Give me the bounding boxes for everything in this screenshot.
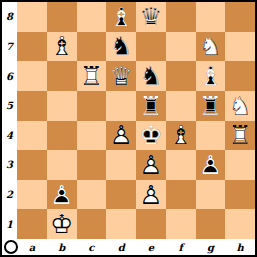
square-d4[interactable]: ♟♙ — [106, 121, 136, 151]
file-label-b: b — [47, 239, 77, 255]
file-label-d: d — [106, 239, 136, 255]
square-c4[interactable] — [77, 121, 107, 151]
square-b7[interactable]: ♝♗ — [47, 32, 77, 62]
square-d1[interactable] — [106, 209, 136, 239]
piece-black-rook[interactable]: ♜♖ — [136, 91, 166, 121]
square-a4[interactable] — [17, 121, 47, 151]
file-label-f: f — [166, 239, 196, 255]
square-e2[interactable]: ♟♙ — [136, 180, 166, 210]
square-c6[interactable]: ♜♖ — [77, 61, 107, 91]
square-h1[interactable] — [225, 209, 255, 239]
square-f6[interactable] — [166, 61, 196, 91]
square-c1[interactable] — [77, 209, 107, 239]
square-g4[interactable] — [196, 121, 226, 151]
square-g8[interactable] — [196, 2, 226, 32]
square-e7[interactable] — [136, 32, 166, 62]
square-e6[interactable]: ♞♘ — [136, 61, 166, 91]
file-label-e: e — [136, 239, 166, 255]
square-d7[interactable]: ♞♘ — [106, 32, 136, 62]
piece-black-king[interactable]: ♚♔ — [136, 121, 166, 151]
square-g5[interactable]: ♜♖ — [196, 91, 226, 121]
square-c7[interactable] — [77, 32, 107, 62]
square-f3[interactable] — [166, 150, 196, 180]
rank-label-8: 8 — [2, 2, 17, 32]
square-e3[interactable]: ♟♙ — [136, 150, 166, 180]
piece-white-bishop[interactable]: ♝♗ — [166, 121, 196, 151]
file-label-g: g — [196, 239, 226, 255]
square-d5[interactable] — [106, 91, 136, 121]
square-h3[interactable] — [225, 150, 255, 180]
white-to-move-indicator — [4, 240, 18, 254]
piece-white-pawn[interactable]: ♟♙ — [136, 150, 166, 180]
piece-white-rook[interactable]: ♜♖ — [77, 61, 107, 91]
square-h4[interactable]: ♜♖ — [225, 121, 255, 151]
turn-indicator-cell — [2, 239, 17, 255]
rank-label-3: 3 — [2, 150, 17, 180]
square-b3[interactable] — [47, 150, 77, 180]
piece-white-bishop[interactable]: ♝♗ — [47, 32, 77, 62]
piece-white-knight[interactable]: ♞♘ — [225, 91, 255, 121]
square-g2[interactable] — [196, 180, 226, 210]
square-a1[interactable] — [17, 209, 47, 239]
square-e1[interactable] — [136, 209, 166, 239]
square-b2[interactable]: ♟♙ — [47, 180, 77, 210]
piece-white-pawn[interactable]: ♟♙ — [136, 180, 166, 210]
piece-white-queen[interactable]: ♛♕ — [106, 61, 136, 91]
square-d2[interactable] — [106, 180, 136, 210]
square-c3[interactable] — [77, 150, 107, 180]
square-h6[interactable] — [225, 61, 255, 91]
square-d3[interactable] — [106, 150, 136, 180]
square-c2[interactable] — [77, 180, 107, 210]
square-b4[interactable] — [47, 121, 77, 151]
square-g6[interactable]: ♝♗ — [196, 61, 226, 91]
piece-black-pawn[interactable]: ♟♙ — [196, 150, 226, 180]
square-e8[interactable]: ♛♕ — [136, 2, 166, 32]
square-f8[interactable] — [166, 2, 196, 32]
piece-black-knight[interactable]: ♞♘ — [106, 32, 136, 62]
rank-label-7: 7 — [2, 32, 17, 62]
chess-board-diagram: 8♝♗♛♕7♝♗♞♘♞♘6♜♖♛♕♞♘♝♗5♜♖♜♖♞♘4♟♙♚♔♝♗♜♖3♟♙… — [0, 0, 257, 257]
piece-black-pawn[interactable]: ♟♙ — [47, 180, 77, 210]
rank-label-1: 1 — [2, 209, 17, 239]
file-label-h: h — [225, 239, 255, 255]
square-h2[interactable] — [225, 180, 255, 210]
square-d6[interactable]: ♛♕ — [106, 61, 136, 91]
square-f7[interactable] — [166, 32, 196, 62]
square-a8[interactable] — [17, 2, 47, 32]
square-e4[interactable]: ♚♔ — [136, 121, 166, 151]
square-g1[interactable] — [196, 209, 226, 239]
rank-label-5: 5 — [2, 91, 17, 121]
file-label-a: a — [17, 239, 47, 255]
piece-white-knight[interactable]: ♞♘ — [196, 32, 226, 62]
square-h7[interactable] — [225, 32, 255, 62]
square-f1[interactable] — [166, 209, 196, 239]
square-a3[interactable] — [17, 150, 47, 180]
square-b6[interactable] — [47, 61, 77, 91]
square-h8[interactable] — [225, 2, 255, 32]
square-b8[interactable] — [47, 2, 77, 32]
piece-white-king[interactable]: ♚♔ — [47, 209, 77, 239]
square-f2[interactable] — [166, 180, 196, 210]
rank-label-4: 4 — [2, 121, 17, 151]
square-c8[interactable] — [77, 2, 107, 32]
square-g7[interactable]: ♞♘ — [196, 32, 226, 62]
piece-white-rook[interactable]: ♜♖ — [225, 121, 255, 151]
piece-black-bishop[interactable]: ♝♗ — [106, 2, 136, 32]
piece-black-knight[interactable]: ♞♘ — [136, 61, 166, 91]
square-b5[interactable] — [47, 91, 77, 121]
square-h5[interactable]: ♞♘ — [225, 91, 255, 121]
piece-black-queen[interactable]: ♛♕ — [136, 2, 166, 32]
square-f5[interactable] — [166, 91, 196, 121]
square-d8[interactable]: ♝♗ — [106, 2, 136, 32]
square-a7[interactable] — [17, 32, 47, 62]
square-a2[interactable] — [17, 180, 47, 210]
square-c5[interactable] — [77, 91, 107, 121]
square-b1[interactable]: ♚♔ — [47, 209, 77, 239]
rank-label-6: 6 — [2, 61, 17, 91]
piece-black-bishop[interactable]: ♝♗ — [196, 61, 226, 91]
square-a6[interactable] — [17, 61, 47, 91]
piece-white-pawn[interactable]: ♟♙ — [106, 121, 136, 151]
file-label-c: c — [77, 239, 107, 255]
square-g3[interactable]: ♟♙ — [196, 150, 226, 180]
piece-black-rook[interactable]: ♜♖ — [196, 91, 226, 121]
square-e5[interactable]: ♜♖ — [136, 91, 166, 121]
board-grid: 8♝♗♛♕7♝♗♞♘♞♘6♜♖♛♕♞♘♝♗5♜♖♜♖♞♘4♟♙♚♔♝♗♜♖3♟♙… — [2, 2, 255, 255]
square-f4[interactable]: ♝♗ — [166, 121, 196, 151]
rank-label-2: 2 — [2, 180, 17, 210]
square-a5[interactable] — [17, 91, 47, 121]
